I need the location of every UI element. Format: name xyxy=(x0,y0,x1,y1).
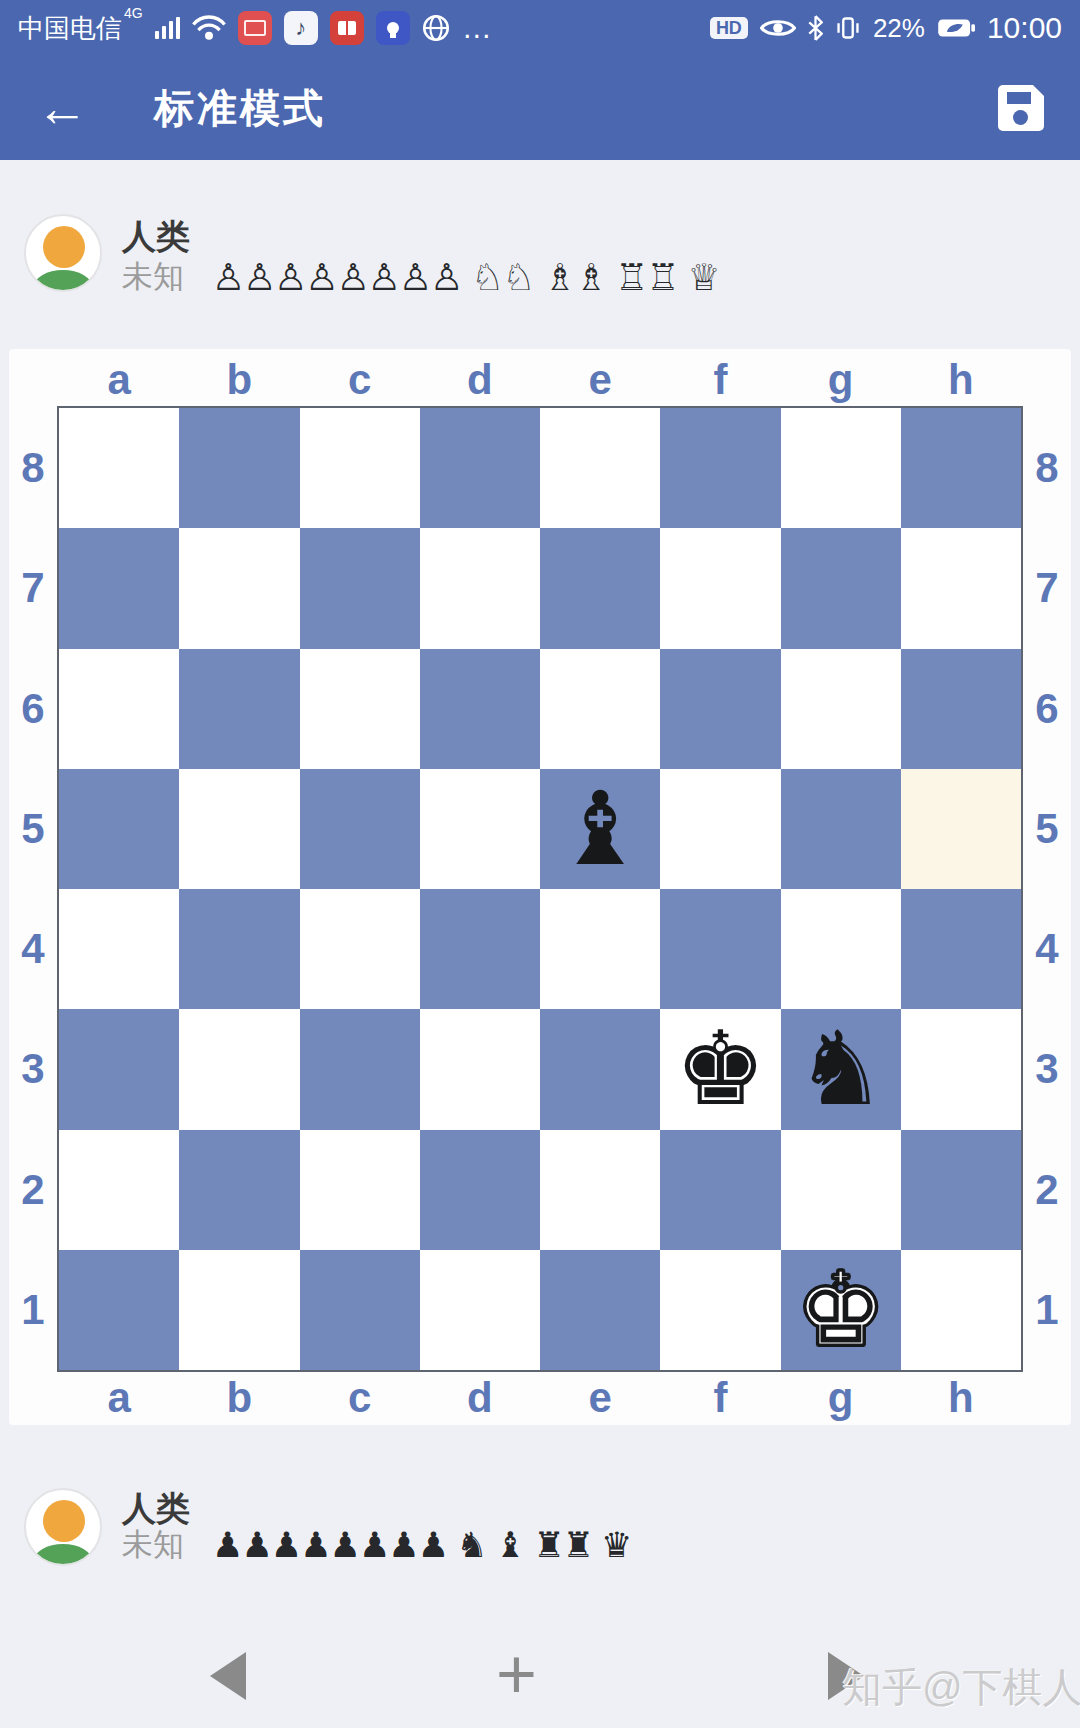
file-label-d: d xyxy=(420,356,540,404)
network-type-label: 4G xyxy=(124,5,143,21)
square-a5[interactable] xyxy=(59,769,179,889)
rank-label-8: 8 xyxy=(9,408,57,528)
reader-app-icon xyxy=(330,11,364,45)
black-knight-g3: ♞ xyxy=(795,1018,886,1120)
rank-label-4: 4 xyxy=(9,889,57,1009)
white-king-g1: ♚ xyxy=(795,1259,886,1361)
square-h4[interactable] xyxy=(901,889,1021,1009)
square-h5[interactable] xyxy=(901,769,1021,889)
square-f3[interactable]: ♚ xyxy=(660,1009,780,1129)
square-c6[interactable] xyxy=(300,649,420,769)
square-b3[interactable] xyxy=(179,1009,299,1129)
square-c3[interactable] xyxy=(300,1009,420,1129)
page-title: 标准模式 xyxy=(154,81,326,136)
square-d6[interactable] xyxy=(420,649,540,769)
rank-label-4: 4 xyxy=(1023,889,1071,1009)
rank-label-1: 1 xyxy=(1023,1250,1071,1370)
square-a6[interactable] xyxy=(59,649,179,769)
avatar-torso xyxy=(34,1544,92,1566)
square-a1[interactable] xyxy=(59,1250,179,1370)
file-label-c: c xyxy=(300,356,420,404)
avatar xyxy=(24,214,102,292)
square-e1[interactable] xyxy=(540,1250,660,1370)
file-labels-bottom: abcdefgh xyxy=(59,1374,1021,1422)
avatar-head xyxy=(43,1500,85,1542)
file-label-h: h xyxy=(901,1374,1021,1422)
player-rating: 未知 xyxy=(122,256,184,298)
avatar xyxy=(24,1488,102,1566)
music-app-icon: ♪ xyxy=(284,11,318,45)
square-e4[interactable] xyxy=(540,889,660,1009)
square-e5[interactable]: ♝ xyxy=(540,769,660,889)
eye-comfort-icon xyxy=(760,17,796,39)
square-e6[interactable] xyxy=(540,649,660,769)
player-rating: 未知 xyxy=(122,1524,184,1566)
chess-board: ♝♚♞♚ xyxy=(57,406,1023,1372)
square-g6[interactable] xyxy=(781,649,901,769)
square-b2[interactable] xyxy=(179,1130,299,1250)
square-a7[interactable] xyxy=(59,528,179,648)
square-h2[interactable] xyxy=(901,1130,1021,1250)
file-label-h: h xyxy=(901,356,1021,404)
rank-label-1: 1 xyxy=(9,1250,57,1370)
square-g5[interactable] xyxy=(781,769,901,889)
carrier-label: 中国电信4G xyxy=(18,11,143,46)
square-f1[interactable] xyxy=(660,1250,780,1370)
square-a2[interactable] xyxy=(59,1130,179,1250)
square-f6[interactable] xyxy=(660,649,780,769)
file-label-e: e xyxy=(540,356,660,404)
watermark: 知乎@下棋人 xyxy=(842,1660,1080,1715)
rank-label-3: 3 xyxy=(1023,1009,1071,1129)
square-g8[interactable] xyxy=(781,408,901,528)
square-f8[interactable] xyxy=(660,408,780,528)
file-label-e: e xyxy=(540,1374,660,1422)
square-b8[interactable] xyxy=(179,408,299,528)
square-g3[interactable]: ♞ xyxy=(781,1009,901,1129)
tips-app-icon xyxy=(376,11,410,45)
square-b6[interactable] xyxy=(179,649,299,769)
rank-label-2: 2 xyxy=(9,1130,57,1250)
square-f2[interactable] xyxy=(660,1130,780,1250)
square-d1[interactable] xyxy=(420,1250,540,1370)
wifi-icon xyxy=(192,15,226,41)
square-b5[interactable] xyxy=(179,769,299,889)
square-g4[interactable] xyxy=(781,889,901,1009)
back-button[interactable]: ← xyxy=(36,82,88,134)
square-c2[interactable] xyxy=(300,1130,420,1250)
avatar-torso xyxy=(34,270,92,292)
square-f5[interactable] xyxy=(660,769,780,889)
bluetooth-icon xyxy=(808,15,823,41)
square-g2[interactable] xyxy=(781,1130,901,1250)
rank-label-5: 5 xyxy=(1023,769,1071,889)
square-h6[interactable] xyxy=(901,649,1021,769)
huawei-app-icon xyxy=(238,11,272,45)
square-f4[interactable] xyxy=(660,889,780,1009)
app-header: ← 标准模式 xyxy=(0,56,1080,160)
square-c8[interactable] xyxy=(300,408,420,528)
player-name: 人类 xyxy=(122,214,190,258)
square-e8[interactable] xyxy=(540,408,660,528)
rank-label-6: 6 xyxy=(9,649,57,769)
square-d5[interactable] xyxy=(420,769,540,889)
status-bar: 中国电信4G ♪ … HD 22% 10:00 xyxy=(0,0,1080,56)
file-label-b: b xyxy=(179,356,299,404)
square-h7[interactable] xyxy=(901,528,1021,648)
file-label-f: f xyxy=(660,1374,780,1422)
rank-label-8: 8 xyxy=(1023,408,1071,528)
square-d8[interactable] xyxy=(420,408,540,528)
rank-label-3: 3 xyxy=(9,1009,57,1129)
square-c1[interactable] xyxy=(300,1250,420,1370)
battery-percent-label: 22% xyxy=(873,13,925,44)
square-d2[interactable] xyxy=(420,1130,540,1250)
captured-black-pieces-tray: ♟♟♟♟♟♟♟♟ ♞ ♝ ♜♜ ♛ xyxy=(212,1525,630,1565)
rank-label-7: 7 xyxy=(9,528,57,648)
previous-move-button[interactable] xyxy=(210,1652,246,1700)
file-label-a: a xyxy=(59,356,179,404)
square-g1[interactable]: ♚ xyxy=(781,1250,901,1370)
square-e3[interactable] xyxy=(540,1009,660,1129)
square-c5[interactable] xyxy=(300,769,420,889)
hd-badge: HD xyxy=(710,17,748,39)
save-button[interactable] xyxy=(998,85,1044,131)
add-move-button[interactable]: + xyxy=(496,1634,537,1714)
file-label-b: b xyxy=(179,1374,299,1422)
square-d7[interactable] xyxy=(420,528,540,648)
file-label-g: g xyxy=(781,356,901,404)
square-f7[interactable] xyxy=(660,528,780,648)
square-h3[interactable] xyxy=(901,1009,1021,1129)
more-notifications-icon: … xyxy=(462,11,494,45)
square-h8[interactable] xyxy=(901,408,1021,528)
square-d4[interactable] xyxy=(420,889,540,1009)
globe-icon xyxy=(422,14,450,42)
file-label-c: c xyxy=(300,1374,420,1422)
square-e2[interactable] xyxy=(540,1130,660,1250)
square-c7[interactable] xyxy=(300,528,420,648)
file-label-d: d xyxy=(420,1374,540,1422)
signal-strength-icon xyxy=(155,17,180,39)
square-a3[interactable] xyxy=(59,1009,179,1129)
square-a4[interactable] xyxy=(59,889,179,1009)
rank-label-5: 5 xyxy=(9,769,57,889)
clock-label: 10:00 xyxy=(987,11,1062,45)
square-d3[interactable] xyxy=(420,1009,540,1129)
square-g7[interactable] xyxy=(781,528,901,648)
avatar-head xyxy=(43,226,85,268)
square-b4[interactable] xyxy=(179,889,299,1009)
rank-labels-right: 87654321 xyxy=(1023,408,1071,1370)
captured-white-pieces-tray: ♙♙♙♙♙♙♙♙ ♘♘ ♗♗ ♖♖ ♕ xyxy=(212,256,719,299)
black-bishop-e5: ♝ xyxy=(554,778,645,880)
square-a8[interactable] xyxy=(59,408,179,528)
rank-label-6: 6 xyxy=(1023,649,1071,769)
rank-label-7: 7 xyxy=(1023,528,1071,648)
square-e7[interactable] xyxy=(540,528,660,648)
rank-labels-left: 87654321 xyxy=(9,408,57,1370)
file-label-f: f xyxy=(660,356,780,404)
battery-icon xyxy=(937,17,975,39)
square-b7[interactable] xyxy=(179,528,299,648)
square-c4[interactable] xyxy=(300,889,420,1009)
vibrate-icon xyxy=(835,15,861,41)
file-labels-top: abcdefgh xyxy=(59,356,1021,404)
square-b1[interactable] xyxy=(179,1250,299,1370)
file-label-g: g xyxy=(781,1374,901,1422)
file-label-a: a xyxy=(59,1374,179,1422)
square-h1[interactable] xyxy=(901,1250,1021,1370)
rank-label-2: 2 xyxy=(1023,1130,1071,1250)
black-king-f3: ♚ xyxy=(675,1018,766,1120)
